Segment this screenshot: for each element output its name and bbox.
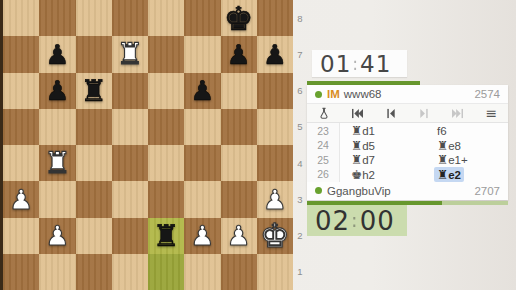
piece-figurine: ♚ bbox=[351, 167, 362, 182]
top-player-clock: 01:41 bbox=[312, 50, 407, 77]
black-pawn[interactable]: ♟ bbox=[227, 41, 251, 68]
move-list: 23♜d1f624♜d5♜e825♜d7♜e1+26♚h2♜e2 bbox=[307, 123, 508, 181]
square-c7[interactable] bbox=[76, 36, 112, 72]
piece-figurine: ♜ bbox=[437, 138, 448, 153]
player-title-badge: IM bbox=[327, 88, 340, 100]
move-number: 26 bbox=[307, 167, 340, 182]
square-a7[interactable] bbox=[3, 36, 39, 72]
square-f3[interactable] bbox=[184, 181, 220, 217]
white-move-cell: ♜d7 bbox=[340, 152, 426, 167]
square-h8[interactable] bbox=[257, 0, 293, 36]
move-number: 25 bbox=[307, 152, 340, 167]
square-a4[interactable] bbox=[3, 145, 39, 181]
square-c6[interactable]: ♜ bbox=[76, 73, 112, 109]
square-d5[interactable] bbox=[112, 109, 148, 145]
white-move-cell: ♜d1 bbox=[340, 123, 426, 138]
square-e8[interactable] bbox=[148, 0, 184, 36]
square-d8[interactable] bbox=[112, 0, 148, 36]
menu-icon[interactable]: ≡ bbox=[475, 104, 509, 122]
rank-label-4: 4 bbox=[293, 145, 307, 181]
black-move-cell: ♜e8 bbox=[426, 138, 508, 153]
top-player-name[interactable]: www68 bbox=[344, 88, 382, 100]
move-black-24[interactable]: ♜e8 bbox=[434, 138, 464, 153]
square-c8[interactable] bbox=[76, 0, 112, 36]
clock-seconds: 41 bbox=[360, 51, 391, 77]
rank-label-6: 6 bbox=[293, 73, 307, 109]
move-number: 24 bbox=[307, 138, 340, 153]
square-f6[interactable]: ♟ bbox=[184, 73, 220, 109]
square-f2[interactable]: ♟ bbox=[184, 218, 220, 254]
online-indicator-icon bbox=[315, 187, 322, 194]
move-row: 25♜d7♜e1+ bbox=[307, 152, 508, 167]
rank-label-8: 8 bbox=[293, 0, 307, 36]
square-b2[interactable]: ♟ bbox=[39, 218, 75, 254]
black-rook[interactable]: ♜ bbox=[80, 76, 107, 106]
clock-seconds: 00 bbox=[360, 206, 395, 236]
move-number: 23 bbox=[307, 123, 340, 138]
move-white-23[interactable]: ♜d1 bbox=[348, 123, 378, 138]
black-rook[interactable]: ♜ bbox=[153, 221, 180, 251]
piece-figurine: ♜ bbox=[351, 123, 362, 138]
square-b5[interactable] bbox=[39, 109, 75, 145]
square-b4[interactable]: ♜ bbox=[39, 145, 75, 181]
rank-coordinates: 87654321 bbox=[293, 0, 307, 290]
game-panel-card: IM www68 2574 ≡ 23♜d1f624♜d5♜e825♜d7♜e1+… bbox=[307, 85, 508, 200]
square-e1[interactable] bbox=[148, 254, 184, 290]
square-b6[interactable]: ♟ bbox=[39, 73, 75, 109]
clock-separator: : bbox=[350, 209, 360, 232]
square-f7[interactable] bbox=[184, 36, 220, 72]
square-a8[interactable] bbox=[3, 0, 39, 36]
move-white-25[interactable]: ♜d7 bbox=[348, 152, 378, 167]
white-king[interactable]: ♚ bbox=[260, 219, 290, 252]
square-g5[interactable] bbox=[221, 109, 257, 145]
white-pawn[interactable]: ♟ bbox=[9, 186, 33, 213]
square-g3[interactable] bbox=[221, 181, 257, 217]
move-row: 26♚h2♜e2 bbox=[307, 167, 508, 182]
square-d4[interactable] bbox=[112, 145, 148, 181]
chess-board: ♚♟♜♟♟♟♜♟♜♟♟♟♜♟♟♚ bbox=[3, 0, 293, 290]
black-move-cell: ♜e1+ bbox=[426, 152, 508, 167]
square-e3[interactable] bbox=[148, 181, 184, 217]
rank-label-5: 5 bbox=[293, 109, 307, 145]
square-b1[interactable] bbox=[39, 254, 75, 290]
square-e7[interactable] bbox=[148, 36, 184, 72]
top-time-bar bbox=[307, 81, 420, 85]
square-g2[interactable]: ♟ bbox=[221, 218, 257, 254]
piece-figurine: ♜ bbox=[437, 167, 448, 182]
square-e5[interactable] bbox=[148, 109, 184, 145]
square-a3[interactable]: ♟ bbox=[3, 181, 39, 217]
black-pawn[interactable]: ♟ bbox=[45, 77, 69, 104]
white-move-cell: ♜d5 bbox=[340, 138, 426, 153]
square-d3[interactable] bbox=[112, 181, 148, 217]
square-c3[interactable] bbox=[76, 181, 112, 217]
square-f8[interactable] bbox=[184, 0, 220, 36]
square-h6[interactable] bbox=[257, 73, 293, 109]
analysis-flask-icon[interactable] bbox=[307, 104, 341, 122]
move-black-25[interactable]: ♜e1+ bbox=[434, 152, 471, 167]
square-a6[interactable] bbox=[3, 73, 39, 109]
piece-figurine: ♜ bbox=[351, 138, 362, 153]
square-h2[interactable]: ♚ bbox=[257, 218, 293, 254]
square-c1[interactable] bbox=[76, 254, 112, 290]
black-pawn[interactable]: ♟ bbox=[190, 77, 214, 104]
last-move-icon[interactable] bbox=[441, 104, 475, 122]
clock-separator: : bbox=[351, 54, 360, 74]
square-h1[interactable] bbox=[257, 254, 293, 290]
bottom-player-row: GgangbuVip 2707 bbox=[307, 181, 508, 200]
move-white-26[interactable]: ♚h2 bbox=[348, 167, 378, 182]
square-e2[interactable]: ♜ bbox=[148, 218, 184, 254]
bottom-time-bar bbox=[307, 201, 508, 205]
square-d6[interactable] bbox=[112, 73, 148, 109]
square-h4[interactable] bbox=[257, 145, 293, 181]
square-b7[interactable]: ♟ bbox=[39, 36, 75, 72]
black-move-cell: f6 bbox=[426, 125, 508, 137]
bottom-player-rating: 2707 bbox=[474, 185, 500, 197]
square-h5[interactable] bbox=[257, 109, 293, 145]
piece-figurine: ♜ bbox=[437, 152, 448, 167]
square-d1[interactable] bbox=[112, 254, 148, 290]
rank-label-2: 2 bbox=[293, 218, 307, 254]
square-g1[interactable] bbox=[221, 254, 257, 290]
clock-minutes: 01 bbox=[320, 51, 351, 77]
white-pawn[interactable]: ♟ bbox=[227, 222, 251, 249]
move-navigation-toolbar: ≡ bbox=[307, 103, 508, 123]
white-pawn[interactable]: ♟ bbox=[190, 222, 214, 249]
square-c2[interactable] bbox=[76, 218, 112, 254]
piece-figurine: ♜ bbox=[351, 152, 362, 167]
white-move-cell: ♚h2 bbox=[340, 167, 426, 182]
black-move-cell: ♜e2 bbox=[426, 167, 508, 182]
next-move-icon[interactable] bbox=[408, 104, 442, 122]
first-move-icon[interactable] bbox=[341, 104, 375, 122]
black-pawn[interactable]: ♟ bbox=[263, 41, 287, 68]
square-c5[interactable] bbox=[76, 109, 112, 145]
move-black-26[interactable]: ♜e2 bbox=[434, 167, 464, 182]
black-pawn[interactable]: ♟ bbox=[45, 41, 69, 68]
square-g4[interactable] bbox=[221, 145, 257, 181]
move-row: 23♜d1f6 bbox=[307, 123, 508, 138]
square-b8[interactable] bbox=[39, 0, 75, 36]
square-e6[interactable] bbox=[148, 73, 184, 109]
online-indicator-icon bbox=[315, 91, 322, 98]
square-f4[interactable] bbox=[184, 145, 220, 181]
move-row: 24♜d5♜e8 bbox=[307, 138, 508, 153]
square-b3[interactable] bbox=[39, 181, 75, 217]
square-f5[interactable] bbox=[184, 109, 220, 145]
bottom-player-name[interactable]: GgangbuVip bbox=[327, 185, 391, 197]
white-pawn[interactable]: ♟ bbox=[263, 186, 287, 213]
square-h3[interactable]: ♟ bbox=[257, 181, 293, 217]
rank-label-3: 3 bbox=[293, 181, 307, 217]
clock-minutes: 02 bbox=[315, 206, 350, 236]
rank-label-1: 1 bbox=[293, 254, 307, 290]
top-player-row: IM www68 2574 bbox=[307, 85, 508, 103]
game-side-panel: 01:41 IM www68 2574 ≡ bbox=[307, 0, 516, 290]
bottom-player-clock: 02:00 bbox=[307, 205, 407, 236]
square-d2[interactable] bbox=[112, 218, 148, 254]
square-a5[interactable] bbox=[3, 109, 39, 145]
white-rook[interactable]: ♜ bbox=[44, 148, 71, 178]
rank-label-7: 7 bbox=[293, 36, 307, 72]
square-h7[interactable]: ♟ bbox=[257, 36, 293, 72]
square-f1[interactable] bbox=[184, 254, 220, 290]
white-rook[interactable]: ♜ bbox=[116, 39, 143, 69]
top-player-rating: 2574 bbox=[474, 88, 500, 100]
previous-move-icon[interactable] bbox=[374, 104, 408, 122]
square-g7[interactable]: ♟ bbox=[221, 36, 257, 72]
white-pawn[interactable]: ♟ bbox=[45, 222, 69, 249]
square-a1[interactable] bbox=[3, 254, 39, 290]
move-white-24[interactable]: ♜d5 bbox=[348, 138, 378, 153]
move-black-23[interactable]: f6 bbox=[434, 125, 450, 137]
square-d7[interactable]: ♜ bbox=[112, 36, 148, 72]
square-a2[interactable] bbox=[3, 218, 39, 254]
black-king[interactable]: ♚ bbox=[224, 2, 254, 35]
square-e4[interactable] bbox=[148, 145, 184, 181]
square-g8[interactable]: ♚ bbox=[221, 0, 257, 36]
square-c4[interactable] bbox=[76, 145, 112, 181]
square-g6[interactable] bbox=[221, 73, 257, 109]
